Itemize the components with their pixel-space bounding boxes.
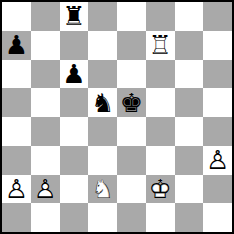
white-pawn-glyph: ♙	[33, 176, 56, 202]
black-king-piece: ♚	[117, 89, 145, 117]
square-h5[interactable]	[203, 88, 232, 117]
square-a7[interactable]: ♟	[2, 31, 31, 60]
square-f6[interactable]	[146, 60, 175, 89]
white-pawn-glyph: ♙	[5, 176, 28, 202]
square-f2[interactable]: ♚♔	[146, 175, 175, 204]
square-b5[interactable]	[31, 88, 60, 117]
white-king-piece: ♚♔	[146, 175, 174, 203]
square-e2[interactable]	[117, 175, 146, 204]
square-f5[interactable]	[146, 88, 175, 117]
black-pawn-piece: ♟	[2, 31, 30, 59]
black-king-glyph: ♚	[120, 90, 143, 116]
square-c8[interactable]: ♜	[60, 2, 89, 31]
black-knight-piece: ♞	[89, 89, 117, 117]
square-d2[interactable]: ♞♘	[88, 175, 117, 204]
square-e8[interactable]	[117, 2, 146, 31]
white-pawn-piece: ♟♙	[204, 146, 232, 174]
square-b7[interactable]	[31, 31, 60, 60]
square-c7[interactable]	[60, 31, 89, 60]
square-g6[interactable]	[175, 60, 204, 89]
square-g5[interactable]	[175, 88, 204, 117]
square-h7[interactable]	[203, 31, 232, 60]
white-knight-glyph: ♘	[91, 176, 114, 202]
square-c2[interactable]	[60, 175, 89, 204]
square-e6[interactable]	[117, 60, 146, 89]
square-a1[interactable]	[2, 203, 31, 232]
square-f8[interactable]	[146, 2, 175, 31]
square-e5[interactable]: ♚	[117, 88, 146, 117]
square-e4[interactable]	[117, 117, 146, 146]
square-c5[interactable]	[60, 88, 89, 117]
square-d8[interactable]	[88, 2, 117, 31]
square-e1[interactable]	[117, 203, 146, 232]
black-rook-piece: ♜	[60, 2, 88, 30]
square-b6[interactable]	[31, 60, 60, 89]
square-c4[interactable]	[60, 117, 89, 146]
square-a3[interactable]	[2, 146, 31, 175]
square-g2[interactable]	[175, 175, 204, 204]
square-g8[interactable]	[175, 2, 204, 31]
square-b4[interactable]	[31, 117, 60, 146]
square-h4[interactable]	[203, 117, 232, 146]
white-pawn-piece: ♟♙	[2, 175, 30, 203]
square-e3[interactable]	[117, 146, 146, 175]
square-d6[interactable]	[88, 60, 117, 89]
black-pawn-glyph: ♟	[5, 32, 28, 58]
white-king-glyph: ♔	[148, 176, 171, 202]
square-g1[interactable]	[175, 203, 204, 232]
square-d1[interactable]	[88, 203, 117, 232]
square-a2[interactable]: ♟♙	[2, 175, 31, 204]
square-c3[interactable]	[60, 146, 89, 175]
square-f7[interactable]: ♜♖	[146, 31, 175, 60]
square-a6[interactable]	[2, 60, 31, 89]
black-pawn-piece: ♟	[60, 60, 88, 88]
square-a5[interactable]	[2, 88, 31, 117]
black-pawn-glyph: ♟	[62, 61, 85, 87]
square-e7[interactable]	[117, 31, 146, 60]
white-rook-piece: ♜♖	[146, 31, 174, 59]
square-b3[interactable]	[31, 146, 60, 175]
chess-board-grid: ♜♟♜♖♟♞♚♟♙♟♙♟♙♞♘♚♔	[2, 2, 232, 232]
white-rook-glyph: ♖	[148, 32, 171, 58]
square-f3[interactable]	[146, 146, 175, 175]
square-d7[interactable]	[88, 31, 117, 60]
square-h6[interactable]	[203, 60, 232, 89]
square-c6[interactable]: ♟	[60, 60, 89, 89]
black-rook-glyph: ♜	[62, 3, 85, 29]
square-h8[interactable]	[203, 2, 232, 31]
square-g4[interactable]	[175, 117, 204, 146]
square-g7[interactable]	[175, 31, 204, 60]
square-c1[interactable]	[60, 203, 89, 232]
square-h1[interactable]	[203, 203, 232, 232]
square-g3[interactable]	[175, 146, 204, 175]
square-d3[interactable]	[88, 146, 117, 175]
square-b8[interactable]	[31, 2, 60, 31]
square-a8[interactable]	[2, 2, 31, 31]
square-d4[interactable]	[88, 117, 117, 146]
chess-board: ♜♟♜♖♟♞♚♟♙♟♙♟♙♞♘♚♔	[0, 0, 234, 234]
white-knight-piece: ♞♘	[89, 175, 117, 203]
black-knight-glyph: ♞	[91, 90, 114, 116]
white-pawn-piece: ♟♙	[31, 175, 59, 203]
square-f1[interactable]	[146, 203, 175, 232]
square-b2[interactable]: ♟♙	[31, 175, 60, 204]
square-h3[interactable]: ♟♙	[203, 146, 232, 175]
square-b1[interactable]	[31, 203, 60, 232]
square-a4[interactable]	[2, 117, 31, 146]
square-h2[interactable]	[203, 175, 232, 204]
white-pawn-glyph: ♙	[206, 147, 229, 173]
square-d5[interactable]: ♞	[88, 88, 117, 117]
square-f4[interactable]	[146, 117, 175, 146]
